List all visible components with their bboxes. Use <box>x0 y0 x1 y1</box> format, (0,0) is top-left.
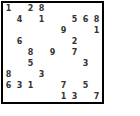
sudoku-board: 128415689162897538363175137 <box>1 1 104 104</box>
sudoku-cell-r9c9[interactable]: 7 <box>91 91 102 102</box>
page: 128415689162897538363175137 <box>0 0 140 116</box>
